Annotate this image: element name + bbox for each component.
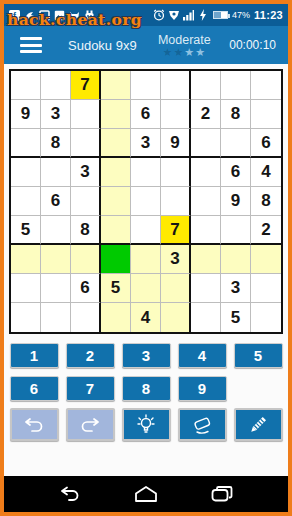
cell-r2c4[interactable]: [101, 100, 131, 129]
cell-r3c2[interactable]: 8: [41, 129, 71, 158]
cell-r6c1[interactable]: 5: [11, 216, 41, 245]
number-keypad-row-1: 12345: [10, 343, 283, 368]
number-button-7[interactable]: 7: [66, 376, 115, 401]
home-icon[interactable]: [133, 484, 159, 504]
cell-r5c6[interactable]: [161, 187, 191, 216]
charging-bolt-icon: [198, 10, 209, 21]
gallery-icon: [54, 10, 65, 21]
hint-button[interactable]: [122, 408, 171, 441]
number-button-6[interactable]: 6: [10, 376, 59, 401]
vpn-icon: [168, 10, 179, 21]
cell-r9c8[interactable]: 5: [221, 303, 251, 332]
cell-r9c6[interactable]: [161, 303, 191, 332]
undo-icon: [21, 415, 47, 435]
cell-r3c8[interactable]: [221, 129, 251, 158]
erase-button[interactable]: [178, 408, 227, 441]
cell-r3c5[interactable]: 3: [131, 129, 161, 158]
cell-r5c9[interactable]: 8: [251, 187, 281, 216]
number-button-3[interactable]: 3: [122, 343, 171, 368]
cell-r7c7[interactable]: [191, 245, 221, 274]
game-timer: 00:00:10: [220, 38, 276, 52]
number-button-8[interactable]: 8: [122, 376, 171, 401]
cell-r8c9[interactable]: [251, 274, 281, 303]
difficulty-label: Moderate: [158, 33, 211, 47]
number-keypad-row-2: 6789: [10, 376, 283, 401]
number-button-2[interactable]: 2: [66, 343, 115, 368]
number-button-9[interactable]: 9: [178, 376, 227, 401]
cell-r5c4[interactable]: [101, 187, 131, 216]
cell-r5c7[interactable]: [191, 187, 221, 216]
cell-r2c9[interactable]: [251, 100, 281, 129]
cell-r4c9[interactable]: 4: [251, 158, 281, 187]
number-button-1[interactable]: 1: [10, 343, 59, 368]
cell-r1c7[interactable]: [191, 71, 221, 100]
battery-icon: [213, 11, 228, 19]
cell-r6c9[interactable]: 2: [251, 216, 281, 245]
cell-r8c1[interactable]: [11, 274, 41, 303]
cell-r5c5[interactable]: [131, 187, 161, 216]
cell-r4c5[interactable]: [131, 158, 161, 187]
cell-r1c5[interactable]: [131, 71, 161, 100]
android-nav-bar: [4, 476, 288, 512]
cell-r2c5[interactable]: 6: [131, 100, 161, 129]
window-icon: [39, 10, 50, 21]
cell-r4c1[interactable]: [11, 158, 41, 187]
cell-r6c7[interactable]: [191, 216, 221, 245]
star-filled-icon: ★: [184, 46, 195, 58]
cell-r8c5[interactable]: [131, 274, 161, 303]
cell-r2c2[interactable]: 3: [41, 100, 71, 129]
cell-r1c6[interactable]: [161, 71, 191, 100]
cell-r2c3[interactable]: [71, 100, 101, 129]
menu-icon[interactable]: [20, 37, 42, 53]
bird-icon: [24, 10, 35, 21]
cell-r5c3[interactable]: [71, 187, 101, 216]
battery-percent: 47%: [232, 10, 250, 20]
phone-screen: hack.cheat.org f: [0, 0, 292, 516]
app-bar: Sudoku 9x9 Moderate ★★★★ 00:00:10: [4, 26, 288, 64]
redo-icon: [77, 415, 103, 435]
cell-r6c3[interactable]: 8: [71, 216, 101, 245]
cell-r8c4[interactable]: 5: [101, 274, 131, 303]
cell-r4c2[interactable]: [41, 158, 71, 187]
status-bar: f: [4, 4, 288, 26]
difficulty-stars: ★★★★: [158, 47, 211, 57]
cell-r4c6[interactable]: [161, 158, 191, 187]
cell-r2c7[interactable]: 2: [191, 100, 221, 129]
cell-r5c1[interactable]: [11, 187, 41, 216]
cell-r7c8[interactable]: [221, 245, 251, 274]
cell-r2c8[interactable]: 8: [221, 100, 251, 129]
cell-r4c7[interactable]: [191, 158, 221, 187]
alarm-icon: [153, 10, 164, 21]
cell-r4c3[interactable]: 3: [71, 158, 101, 187]
cell-r7c4[interactable]: [101, 245, 131, 274]
hint-icon: [135, 413, 157, 437]
cell-r1c8[interactable]: [221, 71, 251, 100]
cell-r1c1[interactable]: [11, 71, 41, 100]
action-button-row: [10, 408, 283, 441]
cell-r3c9[interactable]: 6: [251, 129, 281, 158]
star-empty-icon: ★: [163, 46, 174, 58]
cell-r7c5[interactable]: [131, 245, 161, 274]
cell-r4c4[interactable]: [101, 158, 131, 187]
cell-r6c5[interactable]: [131, 216, 161, 245]
number-button-5[interactable]: 5: [234, 343, 283, 368]
cell-r3c7[interactable]: [191, 129, 221, 158]
cell-r9c3[interactable]: [71, 303, 101, 332]
cell-r9c2[interactable]: [41, 303, 71, 332]
clock-text: 11:23: [254, 9, 283, 21]
cell-r3c3[interactable]: [71, 129, 101, 158]
cell-r8c3[interactable]: 6: [71, 274, 101, 303]
recents-icon[interactable]: [209, 484, 235, 504]
cell-r6c8[interactable]: [221, 216, 251, 245]
cell-r7c6[interactable]: 3: [161, 245, 191, 274]
cell-r9c4[interactable]: [101, 303, 131, 332]
cell-r3c1[interactable]: [11, 129, 41, 158]
cell-r1c4[interactable]: [101, 71, 131, 100]
notification-icons: f: [9, 10, 95, 21]
cell-r8c7[interactable]: [191, 274, 221, 303]
cell-r7c1[interactable]: [11, 245, 41, 274]
cell-r8c8[interactable]: 3: [221, 274, 251, 303]
cell-r2c6[interactable]: [161, 100, 191, 129]
star-empty-icon: ★: [173, 46, 184, 58]
cell-r8c6[interactable]: [161, 274, 191, 303]
signal-icon: [183, 10, 194, 21]
cell-r6c4[interactable]: [101, 216, 131, 245]
cell-r5c2[interactable]: 6: [41, 187, 71, 216]
facebook-icon: f: [9, 10, 20, 21]
cell-r7c9[interactable]: [251, 245, 281, 274]
cell-r1c2[interactable]: [41, 71, 71, 100]
pencil-button[interactable]: [234, 408, 283, 441]
erase-icon: [189, 414, 215, 436]
app-title: Sudoku 9x9: [68, 38, 137, 53]
robot-icon: [84, 10, 95, 21]
cell-r3c6[interactable]: 9: [161, 129, 191, 158]
cell-r9c7[interactable]: [191, 303, 221, 332]
cell-r5c8[interactable]: 9: [221, 187, 251, 216]
sudoku-board: 79362883963646985872365345: [9, 69, 283, 334]
number-button-4[interactable]: 4: [178, 343, 227, 368]
cell-r8c2[interactable]: [41, 274, 71, 303]
cell-r7c3[interactable]: [71, 245, 101, 274]
undo-button[interactable]: [10, 408, 59, 441]
cell-r6c2[interactable]: [41, 216, 71, 245]
cell-r7c2[interactable]: [41, 245, 71, 274]
back-icon[interactable]: [57, 484, 83, 504]
cell-r9c1[interactable]: [11, 303, 41, 332]
star-filled-icon: ★: [195, 46, 206, 58]
cell-r3c4[interactable]: [101, 129, 131, 158]
cell-r1c3[interactable]: 7: [71, 71, 101, 100]
redo-button[interactable]: [66, 408, 115, 441]
fox-icon: [69, 10, 80, 21]
cell-r1c9[interactable]: [251, 71, 281, 100]
cell-r4c8[interactable]: 6: [221, 158, 251, 187]
cell-r6c6[interactable]: 7: [161, 216, 191, 245]
pencil-icon: [246, 413, 270, 437]
cell-r9c5[interactable]: 4: [131, 303, 161, 332]
difficulty-block: Moderate ★★★★: [158, 33, 211, 57]
cell-r9c9[interactable]: [251, 303, 281, 332]
cell-r2c1[interactable]: 9: [11, 100, 41, 129]
